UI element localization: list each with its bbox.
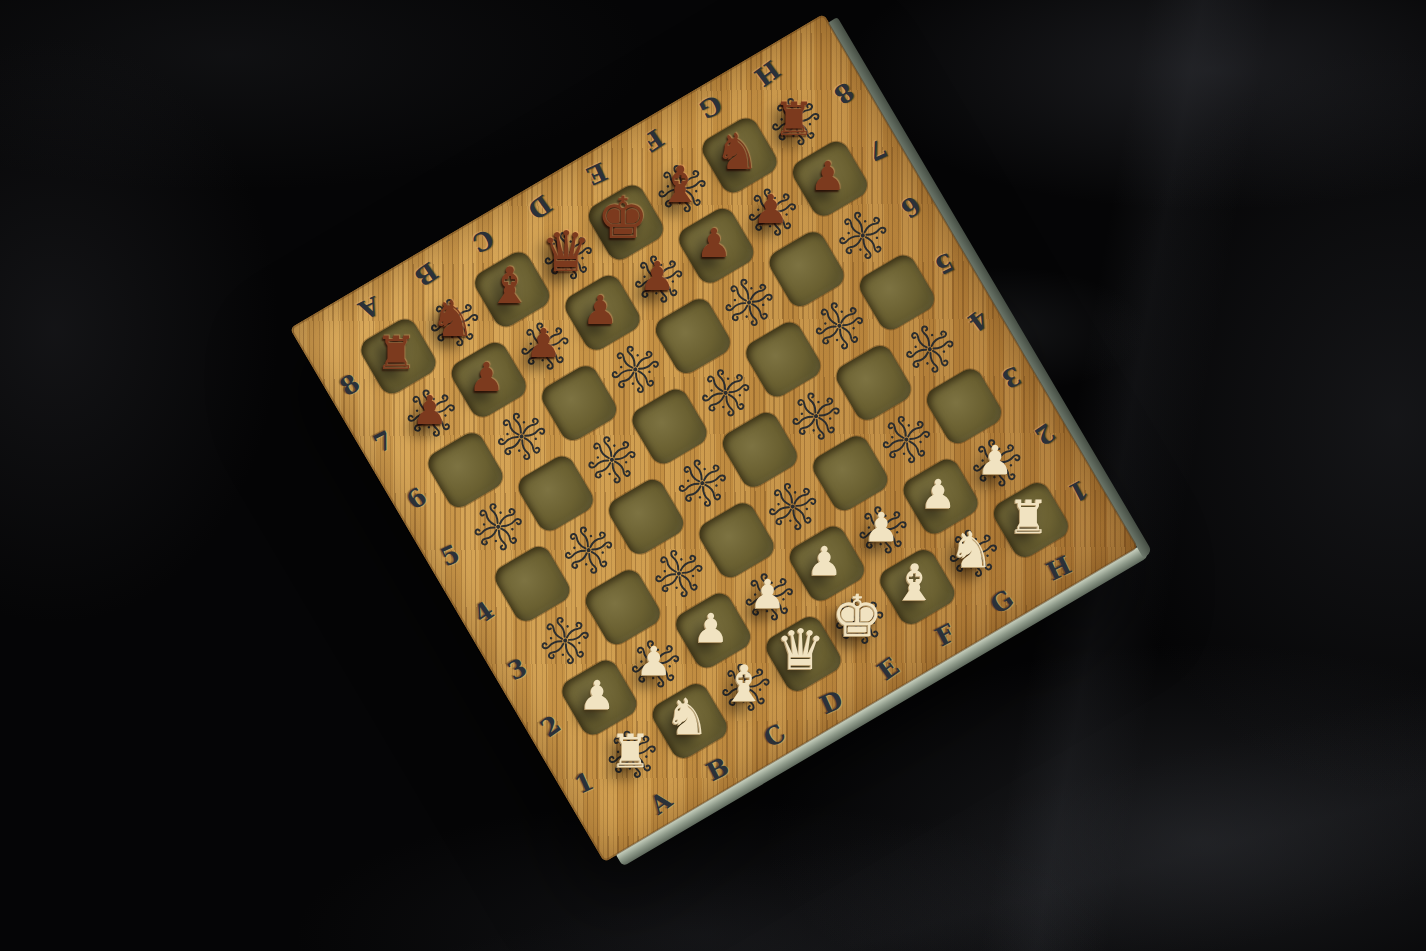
piece-white-pawn-f2: ♟	[863, 507, 899, 547]
piece-black-pawn-h7: ♟	[810, 156, 846, 196]
piece-black-pawn-d7: ♟	[582, 290, 618, 330]
piece-white-pawn-h2: ♟	[977, 440, 1013, 480]
piece-black-queen-d8: ♛	[541, 224, 591, 280]
piece-black-pawn-f7: ♟	[696, 223, 732, 263]
piece-white-queen-d1: ♛	[775, 622, 825, 678]
piece-black-pawn-g7: ♟	[753, 189, 789, 229]
piece-white-pawn-d2: ♟	[750, 574, 786, 614]
scene: AABBCCDDEEFFGGHH1122334455667788♜♞♝♛♚♝♞♜…	[0, 0, 1426, 951]
piece-black-rook-a8: ♜	[375, 330, 416, 376]
piece-white-pawn-b2: ♟	[636, 641, 672, 681]
piece-black-king-e8: ♚	[597, 189, 649, 247]
piece-black-bishop-c8: ♝	[487, 261, 532, 311]
piece-white-bishop-c1: ♝	[721, 659, 766, 709]
piece-white-pawn-a2: ♟	[579, 675, 615, 715]
piece-black-rook-h8: ♜	[773, 96, 814, 142]
piece-white-bishop-f1: ♝	[892, 558, 937, 608]
piece-black-pawn-b7: ♟	[469, 357, 505, 397]
piece-black-knight-b8: ♞	[430, 294, 475, 344]
piece-white-knight-b1: ♞	[665, 692, 710, 742]
piece-white-king-e1: ♚	[831, 587, 883, 645]
piece-white-pawn-g2: ♟	[920, 474, 956, 514]
piece-black-pawn-a7: ♟	[412, 390, 448, 430]
piece-black-knight-g8: ♞	[714, 127, 759, 177]
piece-white-rook-h1: ♜	[1008, 494, 1049, 540]
piece-black-pawn-c7: ♟	[525, 323, 561, 363]
piece-black-pawn-e7: ♟	[639, 256, 675, 296]
piece-black-bishop-f8: ♝	[658, 160, 703, 210]
piece-white-pawn-e2: ♟	[807, 541, 843, 581]
piece-white-knight-g1: ♞	[949, 525, 994, 575]
piece-white-rook-a1: ♜	[610, 728, 651, 774]
piece-white-pawn-c2: ♟	[693, 608, 729, 648]
